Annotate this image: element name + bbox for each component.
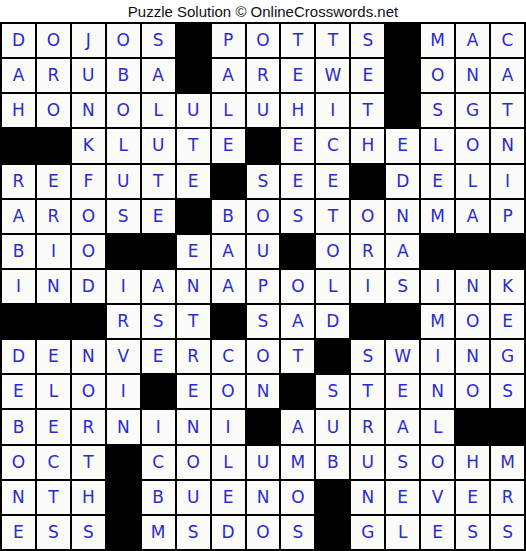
- cell-r2c10: W: [316, 59, 349, 92]
- cell-r2c7: A: [212, 59, 245, 92]
- cell-r9c15: E: [491, 305, 524, 338]
- block-r12c14: [456, 410, 489, 443]
- cell-r1c14: A: [456, 24, 489, 57]
- cell-r4c14: O: [456, 129, 489, 162]
- cell-r10c14: N: [456, 340, 489, 373]
- cell-r8c1: I: [2, 270, 35, 303]
- cell-r11c15: S: [491, 375, 524, 408]
- cell-r8c5: A: [142, 270, 175, 303]
- cell-r9c5: S: [142, 305, 175, 338]
- cell-r10c12: W: [386, 340, 419, 373]
- cell-r1c15: C: [491, 24, 524, 57]
- cell-r11c4: I: [107, 375, 140, 408]
- block-r15c10: [316, 516, 349, 549]
- cell-r3c2: O: [37, 94, 70, 127]
- cell-r10c8: O: [247, 340, 280, 373]
- cell-r15c13: E: [421, 516, 454, 549]
- block-r4c8: [247, 129, 280, 162]
- cell-r9c14: O: [456, 305, 489, 338]
- cell-r4c15: N: [491, 129, 524, 162]
- cell-r5c4: U: [107, 165, 140, 198]
- cell-r15c7: D: [212, 516, 245, 549]
- cell-r2c8: R: [247, 59, 280, 92]
- cell-r5c1: R: [2, 165, 35, 198]
- cell-r8c2: N: [37, 270, 70, 303]
- crossword-grid: DOJOSPOTTSMACARUBAAREWEONAHONOLULUHITSGT…: [0, 22, 526, 551]
- cell-r4c4: L: [107, 129, 140, 162]
- cell-r14c9: O: [281, 481, 314, 514]
- cell-r3c6: U: [177, 94, 210, 127]
- cell-r12c12: A: [386, 410, 419, 443]
- block-r7c14: [456, 235, 489, 268]
- cell-r10c7: C: [212, 340, 245, 373]
- cell-r7c7: A: [212, 235, 245, 268]
- block-r11c5: [142, 375, 175, 408]
- cell-r8c14: N: [456, 270, 489, 303]
- cell-r5c13: E: [421, 165, 454, 198]
- cell-r11c2: L: [37, 375, 70, 408]
- cell-r14c1: N: [2, 481, 35, 514]
- cell-r6c7: B: [212, 200, 245, 233]
- cell-r7c3: O: [72, 235, 105, 268]
- cell-r14c6: U: [177, 481, 210, 514]
- cell-r5c14: L: [456, 165, 489, 198]
- cell-r12c3: R: [72, 410, 105, 443]
- cell-r3c11: T: [351, 94, 384, 127]
- cell-r14c12: E: [386, 481, 419, 514]
- cell-r3c3: N: [72, 94, 105, 127]
- cell-r7c2: I: [37, 235, 70, 268]
- cell-r2c1: A: [2, 59, 35, 92]
- cell-r12c1: B: [2, 410, 35, 443]
- cell-r10c15: G: [491, 340, 524, 373]
- cell-r1c7: P: [212, 24, 245, 57]
- cell-r6c4: S: [107, 200, 140, 233]
- cell-r8c4: I: [107, 270, 140, 303]
- cell-r4c9: E: [281, 129, 314, 162]
- cell-r15c3: S: [72, 516, 105, 549]
- cell-r12c9: A: [281, 410, 314, 443]
- cell-r11c10: S: [316, 375, 349, 408]
- cell-r2c4: B: [107, 59, 140, 92]
- cell-r12c13: L: [421, 410, 454, 443]
- cell-r6c14: A: [456, 200, 489, 233]
- cell-r12c6: N: [177, 410, 210, 443]
- cell-r8c11: I: [351, 270, 384, 303]
- cell-r13c6: O: [177, 446, 210, 479]
- cell-r1c4: O: [107, 24, 140, 57]
- cell-r6c2: R: [37, 200, 70, 233]
- cell-r2c14: N: [456, 59, 489, 92]
- cell-r5c5: T: [142, 165, 175, 198]
- block-r2c6: [177, 59, 210, 92]
- cell-r11c12: E: [386, 375, 419, 408]
- cell-r4c11: H: [351, 129, 384, 162]
- cell-r10c5: E: [142, 340, 175, 373]
- cell-r4c13: L: [421, 129, 454, 162]
- cell-r5c9: E: [281, 165, 314, 198]
- puzzle-title: Puzzle Solution © OnlineCrosswords.net: [128, 3, 398, 20]
- cell-r3c1: H: [2, 94, 35, 127]
- cell-r5c10: E: [316, 165, 349, 198]
- block-r2c12: [386, 59, 419, 92]
- cell-r15c2: S: [37, 516, 70, 549]
- cell-r6c10: T: [316, 200, 349, 233]
- block-r9c12: [386, 305, 419, 338]
- cell-r6c1: A: [2, 200, 35, 233]
- cell-r11c7: O: [212, 375, 245, 408]
- cell-r1c13: M: [421, 24, 454, 57]
- block-r9c1: [2, 305, 35, 338]
- title-bar: Puzzle Solution © OnlineCrosswords.net: [0, 0, 526, 22]
- cell-r3c15: T: [491, 94, 524, 127]
- cell-r1c1: D: [2, 24, 35, 57]
- cell-r7c11: R: [351, 235, 384, 268]
- cell-r10c4: V: [107, 340, 140, 373]
- cell-r14c3: H: [72, 481, 105, 514]
- cell-r2c9: E: [281, 59, 314, 92]
- cell-r6c15: P: [491, 200, 524, 233]
- cell-r2c3: U: [72, 59, 105, 92]
- block-r9c2: [37, 305, 70, 338]
- cell-r14c14: E: [456, 481, 489, 514]
- cell-r6c11: O: [351, 200, 384, 233]
- cell-r13c1: O: [2, 446, 35, 479]
- cell-r5c6: E: [177, 165, 210, 198]
- cell-r14c8: N: [247, 481, 280, 514]
- cell-r9c13: M: [421, 305, 454, 338]
- cell-r6c5: E: [142, 200, 175, 233]
- cell-r8c3: D: [72, 270, 105, 303]
- block-r12c8: [247, 410, 280, 443]
- cell-r13c15: M: [491, 446, 524, 479]
- cell-r4c6: T: [177, 129, 210, 162]
- cell-r4c12: E: [386, 129, 419, 162]
- cell-r15c14: S: [456, 516, 489, 549]
- cell-r3c10: I: [316, 94, 349, 127]
- cell-r3c7: L: [212, 94, 245, 127]
- cell-r1c3: J: [72, 24, 105, 57]
- cell-r3c9: H: [281, 94, 314, 127]
- cell-r15c8: O: [247, 516, 280, 549]
- cell-r3c5: L: [142, 94, 175, 127]
- cell-r8c7: A: [212, 270, 245, 303]
- block-r13c4: [107, 446, 140, 479]
- cell-r1c8: O: [247, 24, 280, 57]
- cell-r15c9: S: [281, 516, 314, 549]
- cell-r2c2: R: [37, 59, 70, 92]
- cell-r14c13: V: [421, 481, 454, 514]
- block-r14c10: [316, 481, 349, 514]
- cell-r1c5: S: [142, 24, 175, 57]
- block-r11c9: [281, 375, 314, 408]
- cell-r9c6: T: [177, 305, 210, 338]
- cell-r2c11: E: [351, 59, 384, 92]
- cell-r10c6: R: [177, 340, 210, 373]
- cell-r14c11: N: [351, 481, 384, 514]
- cell-r13c11: U: [351, 446, 384, 479]
- cell-r9c10: D: [316, 305, 349, 338]
- cell-r15c12: L: [386, 516, 419, 549]
- cell-r10c2: E: [37, 340, 70, 373]
- cell-r13c5: C: [142, 446, 175, 479]
- cell-r12c2: E: [37, 410, 70, 443]
- cell-r13c9: M: [281, 446, 314, 479]
- cell-r14c7: E: [212, 481, 245, 514]
- cell-r2c13: O: [421, 59, 454, 92]
- block-r7c13: [421, 235, 454, 268]
- block-r5c7: [212, 165, 245, 198]
- cell-r12c5: I: [142, 410, 175, 443]
- block-r9c11: [351, 305, 384, 338]
- cell-r14c2: T: [37, 481, 70, 514]
- block-r9c7: [212, 305, 245, 338]
- block-r10c10: [316, 340, 349, 373]
- cell-r13c13: O: [421, 446, 454, 479]
- cell-r11c14: O: [456, 375, 489, 408]
- cell-r8c15: K: [491, 270, 524, 303]
- cell-r1c10: T: [316, 24, 349, 57]
- cell-r1c2: O: [37, 24, 70, 57]
- cell-r8c6: N: [177, 270, 210, 303]
- block-r6c6: [177, 200, 210, 233]
- cell-r15c1: E: [2, 516, 35, 549]
- cell-r8c13: I: [421, 270, 454, 303]
- cell-r8c8: P: [247, 270, 280, 303]
- cell-r7c10: O: [316, 235, 349, 268]
- block-r12c15: [491, 410, 524, 443]
- cell-r5c12: D: [386, 165, 419, 198]
- cell-r10c1: D: [2, 340, 35, 373]
- block-r1c12: [386, 24, 419, 57]
- cell-r12c7: I: [212, 410, 245, 443]
- block-r4c1: [2, 129, 35, 162]
- cell-r12c11: R: [351, 410, 384, 443]
- block-r7c15: [491, 235, 524, 268]
- cell-r15c11: G: [351, 516, 384, 549]
- cell-r3c4: O: [107, 94, 140, 127]
- cell-r13c14: H: [456, 446, 489, 479]
- cell-r5c2: E: [37, 165, 70, 198]
- cell-r12c4: N: [107, 410, 140, 443]
- cell-r9c9: A: [281, 305, 314, 338]
- block-r7c5: [142, 235, 175, 268]
- cell-r11c1: E: [2, 375, 35, 408]
- cell-r5c15: I: [491, 165, 524, 198]
- block-r1c6: [177, 24, 210, 57]
- cell-r7c1: B: [2, 235, 35, 268]
- cell-r10c3: N: [72, 340, 105, 373]
- cell-r4c3: K: [72, 129, 105, 162]
- cell-r1c9: T: [281, 24, 314, 57]
- cell-r11c13: N: [421, 375, 454, 408]
- cell-r9c4: R: [107, 305, 140, 338]
- cell-r9c8: S: [247, 305, 280, 338]
- cell-r11c6: E: [177, 375, 210, 408]
- cell-r4c10: C: [316, 129, 349, 162]
- cell-r5c8: S: [247, 165, 280, 198]
- cell-r2c15: A: [491, 59, 524, 92]
- cell-r15c5: M: [142, 516, 175, 549]
- cell-r10c13: I: [421, 340, 454, 373]
- cell-r12c10: U: [316, 410, 349, 443]
- cell-r15c15: S: [491, 516, 524, 549]
- cell-r6c3: O: [72, 200, 105, 233]
- block-r4c2: [37, 129, 70, 162]
- cell-r6c8: O: [247, 200, 280, 233]
- puzzle-solution-page: Puzzle Solution © OnlineCrosswords.net D…: [0, 0, 526, 551]
- cell-r13c2: C: [37, 446, 70, 479]
- cell-r1c11: S: [351, 24, 384, 57]
- block-r5c11: [351, 165, 384, 198]
- block-r7c9: [281, 235, 314, 268]
- cell-r6c13: M: [421, 200, 454, 233]
- cell-r6c9: S: [281, 200, 314, 233]
- cell-r7c8: U: [247, 235, 280, 268]
- cell-r8c10: L: [316, 270, 349, 303]
- cell-r15c6: S: [177, 516, 210, 549]
- cell-r2c5: A: [142, 59, 175, 92]
- cell-r7c6: E: [177, 235, 210, 268]
- cell-r3c14: G: [456, 94, 489, 127]
- block-r14c4: [107, 481, 140, 514]
- cell-r14c5: B: [142, 481, 175, 514]
- cell-r11c11: T: [351, 375, 384, 408]
- cell-r14c15: R: [491, 481, 524, 514]
- cell-r13c10: B: [316, 446, 349, 479]
- cell-r3c8: U: [247, 94, 280, 127]
- block-r15c4: [107, 516, 140, 549]
- cell-r4c7: E: [212, 129, 245, 162]
- block-r3c12: [386, 94, 419, 127]
- cell-r11c3: O: [72, 375, 105, 408]
- cell-r4c5: U: [142, 129, 175, 162]
- cell-r8c12: S: [386, 270, 419, 303]
- cell-r13c12: S: [386, 446, 419, 479]
- cell-r6c12: N: [386, 200, 419, 233]
- cell-r11c8: N: [247, 375, 280, 408]
- block-r7c4: [107, 235, 140, 268]
- cell-r13c7: L: [212, 446, 245, 479]
- cell-r13c8: U: [247, 446, 280, 479]
- cell-r5c3: F: [72, 165, 105, 198]
- cell-r3c13: S: [421, 94, 454, 127]
- cell-r8c9: O: [281, 270, 314, 303]
- cell-r10c9: T: [281, 340, 314, 373]
- cell-r10c11: S: [351, 340, 384, 373]
- cell-r7c12: A: [386, 235, 419, 268]
- cell-r13c3: T: [72, 446, 105, 479]
- block-r9c3: [72, 305, 105, 338]
